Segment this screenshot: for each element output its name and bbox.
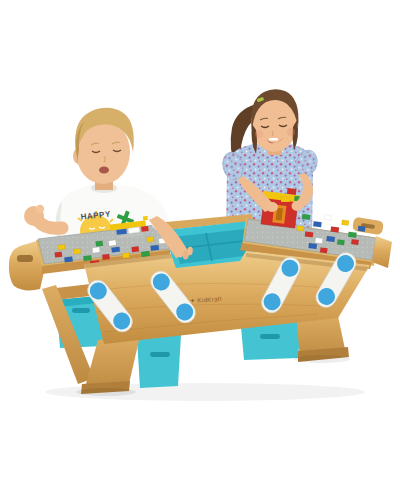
foot-shadow2 — [294, 355, 350, 363]
brick — [305, 231, 314, 237]
brick — [141, 251, 150, 257]
girl-cheek2 — [287, 128, 295, 136]
brick — [73, 248, 81, 254]
brick — [109, 240, 117, 246]
brick — [296, 225, 304, 231]
brick — [315, 238, 323, 244]
brick — [287, 188, 297, 195]
brick — [313, 221, 322, 227]
brick — [111, 247, 120, 253]
bin-handle-slot — [72, 308, 90, 313]
boy-thumb — [36, 205, 44, 213]
table-base: ✦KidKraft — [42, 249, 370, 396]
brick — [348, 232, 357, 238]
bin-handle-slot — [260, 334, 280, 339]
brick — [96, 241, 104, 247]
brick — [92, 247, 100, 253]
right-handle-tab — [352, 217, 384, 236]
brick — [122, 253, 130, 259]
brick — [132, 246, 140, 252]
brick — [141, 226, 149, 232]
boy-mouth — [99, 166, 109, 173]
girl-teeth — [269, 138, 278, 141]
brick — [55, 252, 63, 258]
brick — [358, 226, 366, 232]
brick — [64, 256, 73, 262]
brick — [128, 227, 140, 233]
left-handle-slot — [17, 255, 33, 262]
brick — [102, 254, 110, 260]
brick — [302, 214, 311, 220]
brick — [351, 239, 359, 245]
brick — [341, 220, 349, 226]
girl-hand-left — [292, 201, 303, 211]
brick-held — [281, 197, 290, 202]
scene-illustration: HAPPY — [0, 0, 400, 500]
brick — [326, 236, 335, 242]
brick — [331, 227, 340, 233]
brick — [308, 243, 317, 249]
brick — [83, 255, 92, 261]
foot-shadow — [76, 388, 136, 396]
brick — [58, 244, 66, 250]
bin-handle-slot — [150, 352, 170, 357]
brick — [150, 245, 159, 251]
girl-hand-right — [266, 202, 278, 212]
brick — [320, 247, 328, 253]
brick — [324, 215, 332, 221]
product-photo: HAPPY — [0, 0, 400, 500]
brick — [146, 236, 154, 242]
girl-cheek — [255, 130, 263, 138]
brick — [337, 239, 345, 245]
